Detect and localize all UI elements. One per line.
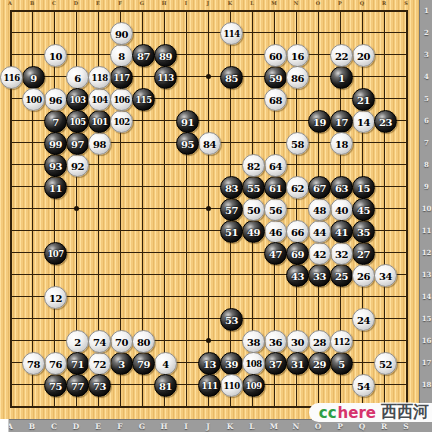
stone-108-white: 108 <box>242 352 265 375</box>
top-column-letter: G <box>140 0 144 6</box>
stone-move-number: 38 <box>247 336 260 347</box>
row-number-label: 1 <box>420 6 432 15</box>
star-point <box>206 338 211 343</box>
column-letter-label: P <box>337 422 343 431</box>
stone-86-white: 86 <box>286 66 309 89</box>
stone-73-black: 73 <box>88 374 111 397</box>
stone-move-number: 69 <box>291 248 304 259</box>
stone-move-number: 57 <box>225 204 238 215</box>
stone-move-number: 115 <box>135 95 151 105</box>
stone-move-number: 79 <box>137 358 150 369</box>
column-letter-label: I <box>184 422 188 431</box>
top-column-letter: H <box>162 0 167 6</box>
stone-26-white: 26 <box>352 264 375 287</box>
stone-61-black: 61 <box>264 176 287 199</box>
stone-move-number: 50 <box>247 204 260 215</box>
stone-63-black: 63 <box>330 176 353 199</box>
row-number-label: 13 <box>420 270 432 279</box>
stone-move-number: 21 <box>357 94 370 105</box>
top-column-letter: N <box>294 0 299 6</box>
stone-move-number: 28 <box>313 336 326 347</box>
stone-move-number: 9 <box>30 72 36 83</box>
stone-move-number: 36 <box>269 336 282 347</box>
stone-118-white: 118 <box>88 66 111 89</box>
stone-58-white: 58 <box>286 132 309 155</box>
stone-move-number: 83 <box>225 182 238 193</box>
row-number-label: 3 <box>420 50 432 59</box>
stone-move-number: 107 <box>47 249 63 259</box>
stone-48-white: 48 <box>308 198 331 221</box>
column-letter-label: E <box>95 422 101 431</box>
watermark: cc here 西西河 <box>309 403 432 422</box>
stone-59-black: 59 <box>264 66 287 89</box>
top-column-letter: L <box>250 0 254 6</box>
stone-23-black: 23 <box>374 110 397 133</box>
stone-37-black: 37 <box>264 352 287 375</box>
stone-5-black: 5 <box>330 352 353 375</box>
top-column-letter: K <box>228 0 232 6</box>
star-point <box>206 206 211 211</box>
stone-81-black: 81 <box>154 374 177 397</box>
stone-move-number: 91 <box>181 116 194 127</box>
stone-move-number: 47 <box>269 248 282 259</box>
watermark-site-name: 西西河 <box>381 402 429 423</box>
stone-46-white: 46 <box>264 220 287 243</box>
stone-move-number: 19 <box>313 116 326 127</box>
stone-move-number: 48 <box>313 204 326 215</box>
stone-move-number: 67 <box>313 182 326 193</box>
stone-move-number: 100 <box>25 95 41 105</box>
stone-move-number: 99 <box>49 138 62 149</box>
stone-move-number: 11 <box>49 182 62 193</box>
stone-92-white: 92 <box>66 154 89 177</box>
stone-move-number: 75 <box>49 380 62 391</box>
stone-move-number: 23 <box>379 116 392 127</box>
stone-move-number: 55 <box>247 182 260 193</box>
stone-115-black: 115 <box>132 88 155 111</box>
stone-move-number: 84 <box>203 138 216 149</box>
stone-14-white: 14 <box>352 110 375 133</box>
row-number-label: 2 <box>420 28 432 37</box>
stone-112-white: 112 <box>330 330 353 353</box>
stone-move-number: 33 <box>313 270 326 281</box>
stone-move-number: 72 <box>93 358 106 369</box>
top-column-letter: M <box>271 0 277 6</box>
bottom-left-corner-box <box>0 419 9 432</box>
row-number-label: 16 <box>420 336 432 345</box>
stone-move-number: 40 <box>335 204 348 215</box>
stone-move-number: 92 <box>71 160 84 171</box>
stone-move-number: 12 <box>49 292 62 303</box>
stone-move-number: 64 <box>269 160 282 171</box>
stone-68-white: 68 <box>264 88 287 111</box>
stone-move-number: 6 <box>74 72 80 83</box>
stone-move-number: 34 <box>379 270 392 281</box>
stone-40-white: 40 <box>330 198 353 221</box>
stone-83-black: 83 <box>220 176 243 199</box>
stone-32-white: 32 <box>330 242 353 265</box>
stone-18-white: 18 <box>330 132 353 155</box>
top-column-letter: F <box>118 0 122 6</box>
stone-move-number: 109 <box>245 381 261 391</box>
stone-21-black: 21 <box>352 88 375 111</box>
row-number-label: 5 <box>420 94 432 103</box>
stone-89-black: 89 <box>154 44 177 67</box>
stone-move-number: 71 <box>71 358 84 369</box>
stone-60-white: 60 <box>264 44 287 67</box>
stone-move-number: 81 <box>159 380 172 391</box>
stone-96-white: 96 <box>44 88 67 111</box>
stone-move-number: 105 <box>69 117 85 127</box>
stone-30-white: 30 <box>286 330 309 353</box>
stone-72-white: 72 <box>88 352 111 375</box>
stone-90-white: 90 <box>110 22 133 45</box>
stone-51-black: 51 <box>220 220 243 243</box>
stone-56-white: 56 <box>264 198 287 221</box>
row-number-label: 7 <box>420 138 432 147</box>
stone-move-number: 39 <box>225 358 238 369</box>
stone-82-white: 82 <box>242 154 265 177</box>
stone-move-number: 22 <box>335 50 348 61</box>
stone-53-black: 53 <box>220 308 243 331</box>
stone-31-black: 31 <box>286 352 309 375</box>
stone-70-white: 70 <box>110 330 133 353</box>
stone-move-number: 76 <box>49 358 62 369</box>
stone-move-number: 118 <box>91 73 107 83</box>
stone-move-number: 104 <box>91 95 107 105</box>
stone-move-number: 60 <box>269 50 282 61</box>
stone-74-white: 74 <box>88 330 111 353</box>
stone-109-black: 109 <box>242 374 265 397</box>
stone-move-number: 82 <box>247 160 260 171</box>
stone-34-white: 34 <box>374 264 397 287</box>
star-point <box>74 206 79 211</box>
stone-47-black: 47 <box>264 242 287 265</box>
stone-move-number: 52 <box>379 358 392 369</box>
column-letter-label: O <box>315 422 322 431</box>
top-column-letter: A <box>8 0 12 6</box>
stone-move-number: 53 <box>225 314 238 325</box>
stone-move-number: 20 <box>357 50 370 61</box>
top-column-letter: C <box>52 0 56 6</box>
stone-move-number: 70 <box>115 336 128 347</box>
stone-19-black: 19 <box>308 110 331 133</box>
stone-45-black: 45 <box>352 198 375 221</box>
column-letter-label: G <box>139 422 145 431</box>
stone-102-white: 102 <box>110 110 133 133</box>
top-column-letter: I <box>185 0 187 6</box>
stone-move-number: 110 <box>223 381 239 391</box>
stone-13-black: 13 <box>198 352 221 375</box>
stone-move-number: 56 <box>269 204 282 215</box>
stone-move-number: 116 <box>3 73 19 83</box>
stone-29-black: 29 <box>308 352 331 375</box>
stone-move-number: 41 <box>335 226 348 237</box>
stone-move-number: 32 <box>335 248 348 259</box>
stone-105-black: 105 <box>66 110 89 133</box>
stone-move-number: 17 <box>335 116 348 127</box>
row-number-label: 17 <box>420 358 432 367</box>
stone-3-black: 3 <box>110 352 133 375</box>
stone-75-black: 75 <box>44 374 67 397</box>
column-letter-label: Q <box>359 422 366 431</box>
stone-25-black: 25 <box>330 264 353 287</box>
stone-95-black: 95 <box>176 132 199 155</box>
stone-99-black: 99 <box>44 132 67 155</box>
stone-116-white: 116 <box>0 66 23 89</box>
stone-57-black: 57 <box>220 198 243 221</box>
stone-49-black: 49 <box>242 220 265 243</box>
stone-move-number: 37 <box>269 358 282 369</box>
top-column-letter: S <box>404 0 408 6</box>
stone-27-black: 27 <box>352 242 375 265</box>
stone-move-number: 68 <box>269 94 282 105</box>
stone-113-black: 113 <box>154 66 177 89</box>
stone-move-number: 74 <box>93 336 106 347</box>
stone-107-black: 107 <box>44 242 67 265</box>
stone-4-white: 4 <box>154 352 177 375</box>
column-letter-label: R <box>381 422 387 431</box>
column-letter-label: M <box>270 422 278 431</box>
go-board: ABCDEFGHIJKLMNOPQRS123456789101112131415… <box>0 0 432 432</box>
stone-15-black: 15 <box>352 176 375 199</box>
stone-101-black: 101 <box>88 110 111 133</box>
column-letter-label: K <box>227 422 234 431</box>
stone-move-number: 97 <box>71 138 84 149</box>
go-kifu-screenshot: ABCDEFGHIJKLMNOPQRS123456789101112131415… <box>0 0 432 432</box>
stone-71-black: 71 <box>66 352 89 375</box>
stone-move-number: 26 <box>357 270 370 281</box>
stone-110-white: 110 <box>220 374 243 397</box>
row-number-label: 11 <box>420 226 432 235</box>
stone-move-number: 103 <box>69 95 85 105</box>
stone-move-number: 80 <box>137 336 150 347</box>
top-column-letter: O <box>316 0 320 6</box>
stone-87-black: 87 <box>132 44 155 67</box>
stone-move-number: 18 <box>335 138 348 149</box>
watermark-here: here <box>338 404 376 422</box>
stone-62-white: 62 <box>286 176 309 199</box>
row-number-label: 15 <box>420 314 432 323</box>
row-number-label: 10 <box>420 204 432 213</box>
star-point <box>206 74 211 79</box>
stone-move-number: 77 <box>71 380 84 391</box>
column-letter-label: J <box>206 422 210 431</box>
stone-move-number: 87 <box>137 50 150 61</box>
stone-move-number: 42 <box>313 248 326 259</box>
stone-move-number: 45 <box>357 204 370 215</box>
top-column-letter: B <box>30 0 34 6</box>
watermark-cc: cc <box>319 404 337 422</box>
column-letter-label: L <box>249 422 254 431</box>
stone-42-white: 42 <box>308 242 331 265</box>
stone-move-number: 27 <box>357 248 370 259</box>
stone-move-number: 93 <box>49 160 62 171</box>
stone-move-number: 25 <box>335 270 348 281</box>
stone-move-number: 5 <box>338 358 344 369</box>
stone-50-white: 50 <box>242 198 265 221</box>
top-column-letter: D <box>74 0 78 6</box>
stone-33-black: 33 <box>308 264 331 287</box>
stone-100-white: 100 <box>22 88 45 111</box>
stone-80-white: 80 <box>132 330 155 353</box>
top-column-letter: E <box>96 0 100 6</box>
stone-91-black: 91 <box>176 110 199 133</box>
stone-11-black: 11 <box>44 176 67 199</box>
stone-move-number: 102 <box>113 117 129 127</box>
stone-move-number: 49 <box>247 226 260 237</box>
column-letter-label: N <box>293 422 300 431</box>
row-number-label: 6 <box>420 116 432 125</box>
top-column-letter: P <box>338 0 342 6</box>
stone-move-number: 43 <box>291 270 304 281</box>
grid-horizontal-line <box>10 296 407 297</box>
stone-move-number: 73 <box>93 380 106 391</box>
stone-24-white: 24 <box>352 308 375 331</box>
stone-move-number: 59 <box>269 72 282 83</box>
stone-69-black: 69 <box>286 242 309 265</box>
stone-move-number: 10 <box>49 50 62 61</box>
stone-52-white: 52 <box>374 352 397 375</box>
stone-move-number: 4 <box>162 358 168 369</box>
stone-move-number: 90 <box>115 28 128 39</box>
stone-move-number: 24 <box>357 314 370 325</box>
row-number-label: 4 <box>420 72 432 81</box>
stone-77-black: 77 <box>66 374 89 397</box>
stone-117-black: 117 <box>110 66 133 89</box>
stone-move-number: 1 <box>338 72 344 83</box>
stone-move-number: 66 <box>291 226 304 237</box>
stone-move-number: 62 <box>291 182 304 193</box>
stone-84-white: 84 <box>198 132 221 155</box>
stone-move-number: 14 <box>357 116 370 127</box>
stone-move-number: 8 <box>118 50 124 61</box>
stone-move-number: 101 <box>91 117 107 127</box>
stone-8-white: 8 <box>110 44 133 67</box>
stone-12-white: 12 <box>44 286 67 309</box>
stone-79-black: 79 <box>132 352 155 375</box>
stone-move-number: 13 <box>203 358 216 369</box>
stone-103-black: 103 <box>66 88 89 111</box>
stone-39-black: 39 <box>220 352 243 375</box>
stone-17-black: 17 <box>330 110 353 133</box>
stone-move-number: 46 <box>269 226 282 237</box>
stone-43-black: 43 <box>286 264 309 287</box>
stone-move-number: 44 <box>313 226 326 237</box>
stone-move-number: 31 <box>291 358 304 369</box>
grid-vertical-line <box>406 10 408 408</box>
stone-move-number: 16 <box>291 50 304 61</box>
stone-114-white: 114 <box>220 22 243 45</box>
stone-move-number: 86 <box>291 72 304 83</box>
stone-54-white: 54 <box>352 374 375 397</box>
row-number-label: 18 <box>420 380 432 389</box>
column-letter-label: F <box>117 422 122 431</box>
stone-106-white: 106 <box>110 88 133 111</box>
stone-move-number: 61 <box>269 182 282 193</box>
stone-20-white: 20 <box>352 44 375 67</box>
stone-55-black: 55 <box>242 176 265 199</box>
top-column-letter: Q <box>360 0 364 6</box>
stone-move-number: 111 <box>201 381 217 391</box>
stone-38-white: 38 <box>242 330 265 353</box>
stone-move-number: 51 <box>225 226 238 237</box>
stone-move-number: 98 <box>93 138 106 149</box>
stone-move-number: 15 <box>357 182 370 193</box>
stone-66-white: 66 <box>286 220 309 243</box>
stone-move-number: 2 <box>74 336 80 347</box>
stone-move-number: 54 <box>357 380 370 391</box>
stone-78-white: 78 <box>22 352 45 375</box>
stone-28-white: 28 <box>308 330 331 353</box>
stone-move-number: 113 <box>157 73 173 83</box>
stone-97-black: 97 <box>66 132 89 155</box>
stone-move-number: 29 <box>313 358 326 369</box>
row-number-label: 9 <box>420 182 432 191</box>
stone-move-number: 35 <box>357 226 370 237</box>
column-letter-label: C <box>51 422 57 431</box>
stone-76-white: 76 <box>44 352 67 375</box>
stone-98-white: 98 <box>88 132 111 155</box>
stone-move-number: 106 <box>113 95 129 105</box>
stone-move-number: 7 <box>52 116 58 127</box>
stone-move-number: 58 <box>291 138 304 149</box>
stone-move-number: 96 <box>49 94 62 105</box>
stone-36-white: 36 <box>264 330 287 353</box>
stone-44-white: 44 <box>308 220 331 243</box>
stone-64-white: 64 <box>264 154 287 177</box>
stone-move-number: 112 <box>333 337 349 347</box>
stone-move-number: 30 <box>291 336 304 347</box>
stone-35-black: 35 <box>352 220 375 243</box>
column-letter-label: S <box>403 422 408 431</box>
stone-22-white: 22 <box>330 44 353 67</box>
stone-move-number: 114 <box>223 29 239 39</box>
row-number-label: 12 <box>420 248 432 257</box>
grid-horizontal-line <box>10 318 407 319</box>
stone-67-black: 67 <box>308 176 331 199</box>
stone-10-white: 10 <box>44 44 67 67</box>
stone-111-black: 111 <box>198 374 221 397</box>
row-number-label: 8 <box>420 160 432 169</box>
stone-move-number: 63 <box>335 182 348 193</box>
stone-93-black: 93 <box>44 154 67 177</box>
stone-move-number: 108 <box>245 359 261 369</box>
stone-7-black: 7 <box>44 110 67 133</box>
stone-16-white: 16 <box>286 44 309 67</box>
stone-85-black: 85 <box>220 66 243 89</box>
stone-41-black: 41 <box>330 220 353 243</box>
stone-move-number: 85 <box>225 72 238 83</box>
stone-104-white: 104 <box>88 88 111 111</box>
stone-9-black: 9 <box>22 66 45 89</box>
top-column-letter: R <box>382 0 386 6</box>
column-letter-label: H <box>160 422 167 431</box>
stone-2-white: 2 <box>66 330 89 353</box>
row-number-label: 14 <box>420 292 432 301</box>
column-letter-label: D <box>73 422 80 431</box>
column-letter-label: B <box>29 422 35 431</box>
stone-6-white: 6 <box>66 66 89 89</box>
stone-move-number: 3 <box>118 358 124 369</box>
top-column-letter: J <box>207 0 209 6</box>
grid-horizontal-line <box>10 10 408 12</box>
grid-vertical-line <box>384 10 385 407</box>
stone-1-black: 1 <box>330 66 353 89</box>
stone-move-number: 89 <box>159 50 172 61</box>
stone-move-number: 117 <box>113 73 129 83</box>
row-coordinate-strip: 12345678910111213141516171819 <box>419 0 432 419</box>
